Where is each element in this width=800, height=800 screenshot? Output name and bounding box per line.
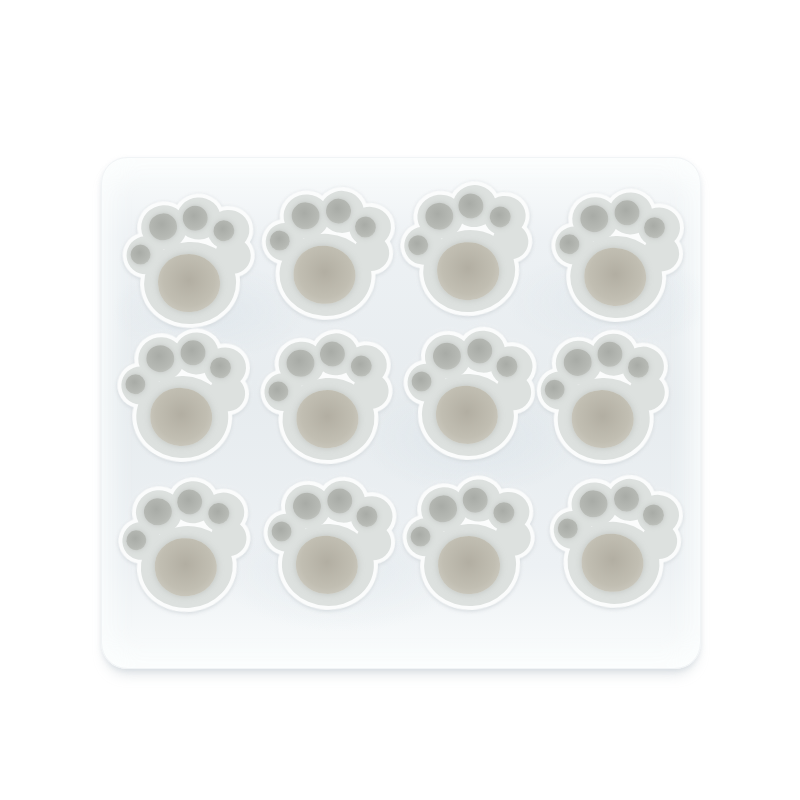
paw-toe-pad bbox=[407, 234, 429, 256]
paw-print-shape bbox=[553, 188, 684, 324]
paw-print-shape bbox=[549, 472, 684, 612]
paw-cavity bbox=[543, 186, 685, 326]
paw-toe-pad bbox=[579, 489, 609, 518]
paw-toe-pad bbox=[613, 486, 640, 513]
paw-toe-pad bbox=[207, 502, 230, 525]
paw-cavity bbox=[117, 466, 259, 606]
paw-toe-pad bbox=[213, 220, 235, 242]
paw-toe-pad bbox=[176, 488, 203, 515]
paw-cavity bbox=[401, 186, 543, 326]
paw-toe-pad bbox=[614, 200, 640, 226]
paw-toe-pad bbox=[268, 381, 289, 402]
paw-cavity bbox=[401, 326, 543, 466]
silicone-mold bbox=[101, 157, 701, 669]
paw-toe-pad bbox=[428, 495, 457, 523]
product-photo bbox=[0, 0, 800, 800]
paw-pads bbox=[539, 330, 670, 466]
paw-pads bbox=[124, 193, 257, 331]
paw-cavity bbox=[259, 466, 401, 606]
paw-toe-pad bbox=[125, 529, 147, 551]
paw-pads bbox=[117, 475, 254, 617]
paw-toe-pad bbox=[597, 341, 623, 367]
paw-toe-pad bbox=[411, 371, 432, 392]
paw-main-pad bbox=[571, 389, 635, 449]
paw-toe-pad bbox=[559, 234, 580, 255]
paw-pads bbox=[553, 188, 684, 324]
paw-toe-pad bbox=[148, 213, 177, 241]
paw-toe-pad bbox=[424, 201, 455, 231]
paw-toe-pad bbox=[292, 492, 321, 520]
paw-print-shape bbox=[124, 193, 257, 331]
paw-toe-pad bbox=[496, 355, 518, 377]
paw-toe-pad bbox=[563, 348, 592, 376]
paw-print-shape bbox=[404, 325, 537, 463]
paw-toe-pad bbox=[642, 504, 664, 526]
paw-toe-pad bbox=[432, 342, 461, 370]
paw-toe-pad bbox=[557, 518, 578, 539]
paw-toe-pad bbox=[291, 201, 321, 230]
paw-main-pad bbox=[152, 536, 219, 599]
paw-main-pad bbox=[292, 244, 358, 306]
paw-toe-pad bbox=[325, 198, 352, 225]
cavity-grid bbox=[102, 158, 700, 668]
paw-print-shape bbox=[539, 330, 670, 466]
paw-pads bbox=[549, 472, 684, 612]
paw-cavity bbox=[259, 326, 401, 466]
paw-toe-pad bbox=[493, 502, 515, 524]
paw-main-pad bbox=[294, 534, 359, 595]
paw-toe-pad bbox=[354, 216, 376, 238]
paw-toe-pad bbox=[130, 244, 151, 265]
paw-print-shape bbox=[398, 178, 537, 322]
paw-toe-pad bbox=[125, 374, 146, 395]
paw-toe-pad bbox=[143, 497, 173, 526]
paw-cavity bbox=[543, 326, 685, 466]
paw-print-shape bbox=[264, 475, 397, 613]
paw-main-pad bbox=[583, 247, 647, 307]
paw-toe-pad bbox=[286, 349, 316, 378]
paw-toe-pad bbox=[269, 230, 290, 251]
paw-print-shape bbox=[404, 475, 537, 613]
paw-pads bbox=[261, 184, 396, 324]
paw-cavity bbox=[259, 186, 401, 326]
paw-pads bbox=[264, 475, 397, 613]
paw-main-pad bbox=[295, 388, 361, 450]
paw-main-pad bbox=[437, 534, 502, 595]
paw-toe-pad bbox=[462, 487, 488, 513]
paw-print-shape bbox=[261, 184, 396, 324]
paw-toe-pad bbox=[327, 488, 353, 514]
paw-main-pad bbox=[434, 384, 499, 445]
paw-pads bbox=[404, 475, 537, 613]
paw-toe-pad bbox=[457, 192, 484, 219]
paw-toe-pad bbox=[467, 338, 493, 364]
paw-toe-pad bbox=[356, 505, 378, 527]
paw-cavity bbox=[543, 466, 685, 606]
paw-toe-pad bbox=[146, 345, 175, 373]
paw-toe-pad bbox=[580, 205, 609, 233]
paw-toe-pad bbox=[628, 356, 650, 378]
paw-pads bbox=[119, 328, 250, 464]
paw-main-pad bbox=[149, 387, 213, 447]
paw-toe-pad bbox=[410, 526, 431, 547]
paw-print-shape bbox=[261, 328, 396, 468]
paw-print-shape bbox=[117, 475, 254, 617]
paw-toe-pad bbox=[180, 340, 206, 366]
paw-toe-pad bbox=[350, 355, 372, 377]
paw-main-pad bbox=[434, 239, 502, 303]
paw-cavity bbox=[117, 326, 259, 466]
paw-pads bbox=[404, 325, 537, 463]
paw-toe-pad bbox=[271, 521, 292, 542]
paw-pads bbox=[261, 328, 396, 468]
paw-toe-pad bbox=[489, 205, 512, 228]
paw-pads bbox=[398, 178, 537, 322]
paw-print-shape bbox=[119, 328, 250, 464]
paw-toe-pad bbox=[210, 357, 232, 379]
paw-main-pad bbox=[580, 532, 646, 594]
paw-toe-pad bbox=[182, 205, 208, 231]
paw-toe-pad bbox=[644, 217, 666, 239]
paw-main-pad bbox=[157, 252, 222, 313]
paw-toe-pad bbox=[319, 341, 346, 368]
paw-cavity bbox=[401, 466, 543, 606]
paw-toe-pad bbox=[544, 379, 565, 400]
paw-cavity bbox=[117, 186, 259, 326]
